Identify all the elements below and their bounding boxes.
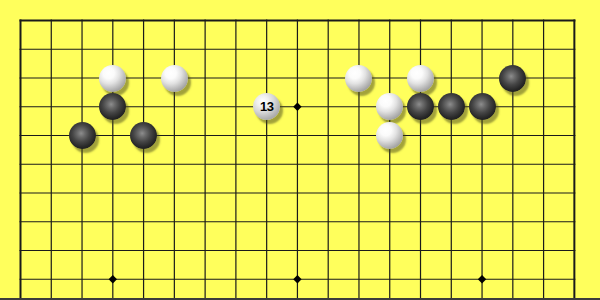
black-stone[interactable] <box>99 93 126 120</box>
black-stone[interactable] <box>69 122 96 149</box>
go-board-diagram: 13 <box>0 0 600 300</box>
white-stone[interactable] <box>161 65 188 92</box>
white-stone[interactable] <box>376 122 403 149</box>
move-number-label: 13 <box>253 93 280 120</box>
white-stone[interactable] <box>376 93 403 120</box>
black-stone[interactable] <box>499 65 526 92</box>
black-stone[interactable] <box>469 93 496 120</box>
black-stone[interactable] <box>438 93 465 120</box>
white-stone[interactable] <box>407 65 434 92</box>
stones-layer: 13 <box>0 0 600 300</box>
white-stone[interactable] <box>99 65 126 92</box>
move-13-white-stone[interactable]: 13 <box>253 93 280 120</box>
white-stone[interactable] <box>345 65 372 92</box>
black-stone[interactable] <box>407 93 434 120</box>
black-stone[interactable] <box>130 122 157 149</box>
